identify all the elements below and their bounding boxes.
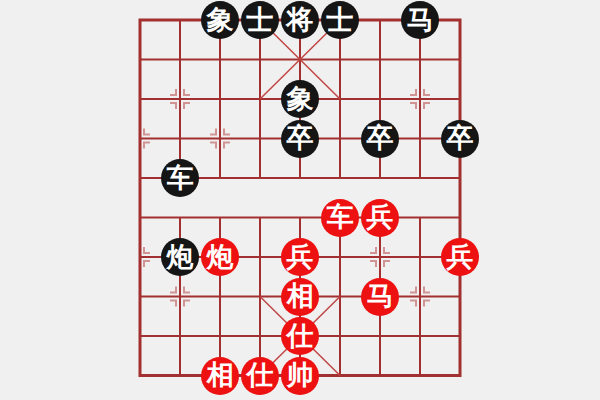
piece-red-cannon[interactable]: 炮 — [201, 238, 239, 276]
piece-black-elephant[interactable]: 象 — [201, 1, 239, 39]
piece-red-advisor[interactable]: 仕 — [281, 317, 319, 355]
board-points-grid[interactable]: 象士将士马象卒卒卒车车兵炮炮兵兵相马仕相仕帅 — [120, 0, 480, 395]
piece-black-horse[interactable]: 马 — [401, 1, 439, 39]
piece-black-chariot[interactable]: 车 — [161, 159, 199, 197]
xiangqi-board: 象士将士马象卒卒卒车车兵炮炮兵兵相马仕相仕帅 — [0, 0, 600, 400]
piece-red-chariot[interactable]: 车 — [321, 199, 359, 237]
piece-red-advisor[interactable]: 仕 — [241, 357, 279, 395]
piece-black-advisor[interactable]: 士 — [321, 1, 359, 39]
piece-red-soldier[interactable]: 兵 — [361, 199, 399, 237]
piece-red-general[interactable]: 帅 — [281, 357, 319, 395]
piece-red-horse[interactable]: 马 — [361, 278, 399, 316]
piece-red-elephant[interactable]: 相 — [201, 357, 239, 395]
piece-red-soldier[interactable]: 兵 — [281, 238, 319, 276]
piece-black-soldier[interactable]: 卒 — [361, 120, 399, 158]
piece-black-cannon[interactable]: 炮 — [161, 238, 199, 276]
piece-black-elephant[interactable]: 象 — [281, 80, 319, 118]
piece-black-general[interactable]: 将 — [281, 1, 319, 39]
piece-black-advisor[interactable]: 士 — [241, 1, 279, 39]
piece-black-soldier[interactable]: 卒 — [441, 120, 479, 158]
piece-red-soldier[interactable]: 兵 — [441, 238, 479, 276]
piece-black-soldier[interactable]: 卒 — [281, 120, 319, 158]
piece-red-elephant[interactable]: 相 — [281, 278, 319, 316]
